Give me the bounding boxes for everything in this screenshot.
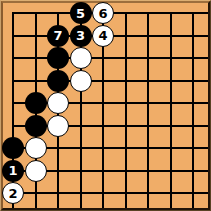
white-stone bbox=[25, 160, 47, 182]
move-number: 3 bbox=[76, 29, 85, 42]
grid-line-v-9 bbox=[192, 12, 194, 208]
black-stone bbox=[2, 137, 24, 159]
black-stone bbox=[47, 47, 69, 69]
move-4-white-stone: 4 bbox=[92, 25, 114, 47]
black-stone bbox=[25, 115, 47, 137]
grid-line-h-9 bbox=[12, 192, 208, 194]
move-number: 1 bbox=[8, 164, 17, 177]
move-6-white-stone: 6 bbox=[92, 2, 114, 24]
white-stone bbox=[25, 137, 47, 159]
move-5-black-stone: 5 bbox=[70, 2, 92, 24]
white-stone bbox=[70, 70, 92, 92]
move-number: 6 bbox=[98, 7, 107, 20]
black-stone bbox=[25, 92, 47, 114]
move-2-white-stone: 2 bbox=[2, 182, 24, 204]
move-number: 2 bbox=[8, 187, 17, 200]
grid-line-v-7 bbox=[147, 12, 149, 208]
grid-line-h-3 bbox=[12, 57, 208, 59]
grid-line-v-8 bbox=[170, 12, 172, 208]
move-number: 7 bbox=[53, 29, 62, 42]
go-diagram-frame: 5673412 bbox=[0, 0, 211, 211]
move-1-black-stone: 1 bbox=[2, 160, 24, 182]
move-number: 5 bbox=[76, 7, 85, 20]
move-3-black-stone: 3 bbox=[70, 25, 92, 47]
grid-line-h-4 bbox=[12, 80, 208, 82]
move-number: 4 bbox=[98, 29, 107, 42]
grid-line-v-6 bbox=[125, 12, 127, 208]
white-stone bbox=[70, 47, 92, 69]
go-board: 5673412 bbox=[1, 1, 210, 210]
white-stone bbox=[47, 92, 69, 114]
move-7-black-stone: 7 bbox=[47, 25, 69, 47]
white-stone bbox=[47, 115, 69, 137]
black-stone bbox=[47, 70, 69, 92]
